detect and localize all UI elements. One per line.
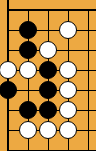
white-stone-c2-r4[interactable] [19,61,37,79]
go-board[interactable] [0,0,96,151]
black-stone-c3-r4[interactable] [39,61,57,79]
black-stone-c1-r5[interactable] [0,81,17,99]
white-stone-c2-r7[interactable] [19,121,37,139]
board-edge-top [7,9,96,11]
black-stone-c3-r6[interactable] [39,101,57,119]
white-stone-c4-r4[interactable] [59,61,77,79]
black-stone-c2-r6[interactable] [19,101,37,119]
white-stone-c4-r5[interactable] [59,81,77,99]
grid-line-horizontal [8,150,96,151]
white-stone-c3-r7[interactable] [39,121,57,139]
white-stone-c4-r7[interactable] [59,121,77,139]
black-stone-c2-r2[interactable] [19,21,37,39]
black-stone-c2-r3[interactable] [19,41,37,59]
white-stone-c3-r3[interactable] [39,41,57,59]
white-stone-c1-r4[interactable] [0,61,17,79]
black-stone-c3-r5[interactable] [39,81,57,99]
white-stone-c4-r6[interactable] [59,101,77,119]
white-stone-c4-r2[interactable] [59,21,77,39]
